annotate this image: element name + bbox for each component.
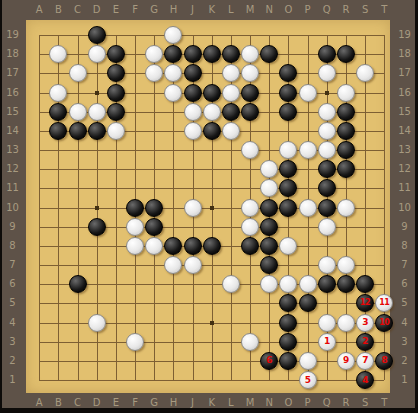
stone-D9[interactable] (88, 218, 106, 236)
stone-D15[interactable] (88, 103, 106, 121)
star-point (210, 321, 214, 325)
stone-R18[interactable] (337, 45, 355, 63)
stone-J18[interactable] (184, 45, 202, 63)
coord-left-6: 6 (1, 278, 24, 290)
coord-top-M: M (241, 4, 259, 16)
stone-Q3[interactable]: 1 (318, 333, 336, 351)
coord-left-17: 17 (1, 67, 24, 79)
coord-left-13: 13 (1, 144, 24, 156)
stone-P10[interactable] (299, 199, 317, 217)
star-point (95, 91, 99, 95)
stone-N9[interactable] (260, 218, 278, 236)
stone-F3[interactable] (126, 333, 144, 351)
stone-N7[interactable] (260, 256, 278, 274)
stone-L15[interactable] (222, 103, 240, 121)
stone-Q15[interactable] (318, 103, 336, 121)
stone-K18[interactable] (203, 45, 221, 63)
coord-right-3: 3 (393, 336, 416, 348)
stone-F8[interactable] (126, 237, 144, 255)
stone-N2[interactable]: 6 (260, 352, 278, 370)
coord-top-G: G (145, 4, 163, 16)
stone-R12[interactable] (337, 160, 355, 178)
move-number: 4 (362, 376, 368, 385)
stone-P2[interactable] (299, 352, 317, 370)
stone-K8[interactable] (203, 237, 221, 255)
coord-top-K: K (203, 4, 221, 16)
coord-left-7: 7 (1, 259, 24, 271)
stone-O13[interactable] (279, 141, 297, 159)
stone-R2[interactable]: 9 (337, 352, 355, 370)
move-number: 1 (324, 337, 330, 346)
coord-top-P: P (299, 4, 317, 16)
stone-S1[interactable]: 4 (356, 371, 374, 389)
coord-left-16: 16 (1, 87, 24, 99)
stone-Q18[interactable] (318, 45, 336, 63)
goban[interactable]: 121131012697854 (26, 20, 390, 393)
coord-right-13: 13 (393, 144, 416, 156)
stone-P5[interactable] (299, 294, 317, 312)
stone-M3[interactable] (241, 333, 259, 351)
coord-top-E: E (107, 4, 125, 16)
stone-J14[interactable] (184, 122, 202, 140)
stone-D18[interactable] (88, 45, 106, 63)
stone-B15[interactable] (49, 103, 67, 121)
stone-Q7[interactable] (318, 256, 336, 274)
stone-S17[interactable] (356, 64, 374, 82)
stone-L14[interactable] (222, 122, 240, 140)
stone-R14[interactable] (337, 122, 355, 140)
stone-S6[interactable] (356, 275, 374, 293)
stone-T5[interactable]: 11 (375, 294, 393, 312)
stone-F10[interactable] (126, 199, 144, 217)
grid-line (39, 303, 384, 304)
stone-L17[interactable] (222, 64, 240, 82)
stone-Q4[interactable] (318, 314, 336, 332)
stone-M18[interactable] (241, 45, 259, 63)
stone-C6[interactable] (69, 275, 87, 293)
move-number: 9 (343, 356, 349, 365)
stone-T4[interactable]: 10 (375, 314, 393, 332)
stone-R6[interactable] (337, 275, 355, 293)
coord-top-H: H (164, 4, 182, 16)
go-board-window: 121131012697854 AABBCCDDEEFFGGHHJJKKLLMM… (0, 0, 418, 413)
stone-N18[interactable] (260, 45, 278, 63)
stone-Q13[interactable] (318, 141, 336, 159)
coord-right-8: 8 (393, 240, 416, 252)
coord-top-R: R (337, 4, 355, 16)
coord-top-L: L (222, 4, 240, 16)
coord-right-12: 12 (393, 163, 416, 175)
stone-E16[interactable] (107, 84, 125, 102)
stone-M9[interactable] (241, 218, 259, 236)
stone-D14[interactable] (88, 122, 106, 140)
stone-B16[interactable] (49, 84, 67, 102)
stone-T2[interactable]: 8 (375, 352, 393, 370)
stone-E17[interactable] (107, 64, 125, 82)
stone-H19[interactable] (164, 26, 182, 44)
coord-right-4: 4 (393, 317, 416, 329)
stone-N11[interactable] (260, 179, 278, 197)
coord-left-1: 1 (1, 374, 24, 386)
coord-left-4: 4 (1, 317, 24, 329)
stone-S3[interactable]: 2 (356, 333, 374, 351)
stone-O10[interactable] (279, 199, 297, 217)
stone-K16[interactable] (203, 84, 221, 102)
move-number: 8 (381, 356, 387, 365)
stone-F9[interactable] (126, 218, 144, 236)
coord-right-19: 19 (393, 29, 416, 41)
move-number: 11 (379, 299, 389, 307)
stone-M13[interactable] (241, 141, 259, 159)
coord-left-8: 8 (1, 240, 24, 252)
stone-R7[interactable] (337, 256, 355, 274)
stone-O4[interactable] (279, 314, 297, 332)
coord-top-N: N (260, 4, 278, 16)
stone-G18[interactable] (145, 45, 163, 63)
coord-right-16: 16 (393, 87, 416, 99)
stone-B18[interactable] (49, 45, 67, 63)
coord-left-15: 15 (1, 106, 24, 118)
star-point (325, 91, 329, 95)
coord-left-3: 3 (1, 336, 24, 348)
stone-H8[interactable] (164, 237, 182, 255)
grid-line (39, 380, 384, 381)
stone-S5[interactable]: 12 (356, 294, 374, 312)
stone-L6[interactable] (222, 275, 240, 293)
stone-Q12[interactable] (318, 160, 336, 178)
coord-right-11: 11 (393, 182, 416, 194)
stone-Q10[interactable] (318, 199, 336, 217)
coord-top-A: A (30, 4, 48, 16)
coord-top-B: B (49, 4, 67, 16)
stone-N10[interactable] (260, 199, 278, 217)
coord-top-O: O (279, 4, 297, 16)
stone-C14[interactable] (69, 122, 87, 140)
stone-G17[interactable] (145, 64, 163, 82)
stone-H17[interactable] (164, 64, 182, 82)
coord-right-7: 7 (393, 259, 416, 271)
stone-P16[interactable] (299, 84, 317, 102)
stone-E15[interactable] (107, 103, 125, 121)
stone-P6[interactable] (299, 275, 317, 293)
coord-right-5: 5 (393, 297, 416, 309)
stone-H18[interactable] (164, 45, 182, 63)
stone-G9[interactable] (145, 218, 163, 236)
stone-D19[interactable] (88, 26, 106, 44)
stone-R4[interactable] (337, 314, 355, 332)
coord-top-Q: Q (318, 4, 336, 16)
window-edge-bottom (0, 408, 418, 413)
stone-L18[interactable] (222, 45, 240, 63)
stone-O16[interactable] (279, 84, 297, 102)
stone-S2[interactable]: 7 (356, 352, 374, 370)
coord-top-C: C (69, 4, 87, 16)
coord-right-2: 2 (393, 355, 416, 367)
coord-top-F: F (126, 4, 144, 16)
stone-M10[interactable] (241, 199, 259, 217)
coord-right-15: 15 (393, 106, 416, 118)
move-number: 10 (379, 319, 389, 327)
stone-C15[interactable] (69, 103, 87, 121)
stone-Q14[interactable] (318, 122, 336, 140)
stone-J10[interactable] (184, 199, 202, 217)
stone-M15[interactable] (241, 103, 259, 121)
coord-right-18: 18 (393, 48, 416, 60)
stone-C17[interactable] (69, 64, 87, 82)
stone-Q9[interactable] (318, 218, 336, 236)
stone-O3[interactable] (279, 333, 297, 351)
coord-left-18: 18 (1, 48, 24, 60)
stone-B14[interactable] (49, 122, 67, 140)
coord-top-S: S (356, 4, 374, 16)
stone-O15[interactable] (279, 103, 297, 121)
stone-R10[interactable] (337, 199, 355, 217)
stone-S4[interactable]: 3 (356, 314, 374, 332)
stone-O11[interactable] (279, 179, 297, 197)
move-number: 6 (266, 356, 272, 365)
stone-M16[interactable] (241, 84, 259, 102)
window-edge-left (0, 0, 2, 413)
stone-H7[interactable] (164, 256, 182, 274)
stone-O12[interactable] (279, 160, 297, 178)
coord-top-T: T (375, 4, 393, 16)
stone-O6[interactable] (279, 275, 297, 293)
stone-P13[interactable] (299, 141, 317, 159)
stone-J8[interactable] (184, 237, 202, 255)
coord-right-14: 14 (393, 125, 416, 137)
move-number: 5 (305, 376, 311, 385)
coord-left-9: 9 (1, 221, 24, 233)
stone-Q17[interactable] (318, 64, 336, 82)
stone-N8[interactable] (260, 237, 278, 255)
coord-left-11: 11 (1, 182, 24, 194)
stone-K14[interactable] (203, 122, 221, 140)
stone-E18[interactable] (107, 45, 125, 63)
star-point (210, 206, 214, 210)
stone-R13[interactable] (337, 141, 355, 159)
star-point (95, 206, 99, 210)
stone-Q6[interactable] (318, 275, 336, 293)
grid-line (39, 361, 384, 362)
move-number: 7 (362, 356, 368, 365)
coord-left-19: 19 (1, 29, 24, 41)
stone-Q11[interactable] (318, 179, 336, 197)
stone-P1[interactable]: 5 (299, 371, 317, 389)
coord-top-J: J (184, 4, 202, 16)
move-number: 12 (360, 299, 370, 307)
stone-M17[interactable] (241, 64, 259, 82)
stone-D4[interactable] (88, 314, 106, 332)
stone-O5[interactable] (279, 294, 297, 312)
coord-right-10: 10 (393, 202, 416, 214)
move-number: 3 (362, 318, 368, 327)
coord-left-10: 10 (1, 202, 24, 214)
stone-R16[interactable] (337, 84, 355, 102)
coord-right-17: 17 (393, 67, 416, 79)
stone-O17[interactable] (279, 64, 297, 82)
stone-J17[interactable] (184, 64, 202, 82)
coord-right-6: 6 (393, 278, 416, 290)
coord-right-1: 1 (393, 374, 416, 386)
stone-L16[interactable] (222, 84, 240, 102)
stone-J15[interactable] (184, 103, 202, 121)
stone-R15[interactable] (337, 103, 355, 121)
stone-H16[interactable] (164, 84, 182, 102)
stone-G10[interactable] (145, 199, 163, 217)
stone-J16[interactable] (184, 84, 202, 102)
stone-O2[interactable] (279, 352, 297, 370)
coord-left-2: 2 (1, 355, 24, 367)
coord-left-14: 14 (1, 125, 24, 137)
stone-G8[interactable] (145, 237, 163, 255)
coord-left-12: 12 (1, 163, 24, 175)
coord-right-9: 9 (393, 221, 416, 233)
move-number: 2 (362, 337, 368, 346)
stone-E14[interactable] (107, 122, 125, 140)
stone-M8[interactable] (241, 237, 259, 255)
stone-O8[interactable] (279, 237, 297, 255)
stone-N12[interactable] (260, 160, 278, 178)
stone-J7[interactable] (184, 256, 202, 274)
stone-N6[interactable] (260, 275, 278, 293)
coord-left-5: 5 (1, 297, 24, 309)
coord-top-D: D (88, 4, 106, 16)
stone-K15[interactable] (203, 103, 221, 121)
